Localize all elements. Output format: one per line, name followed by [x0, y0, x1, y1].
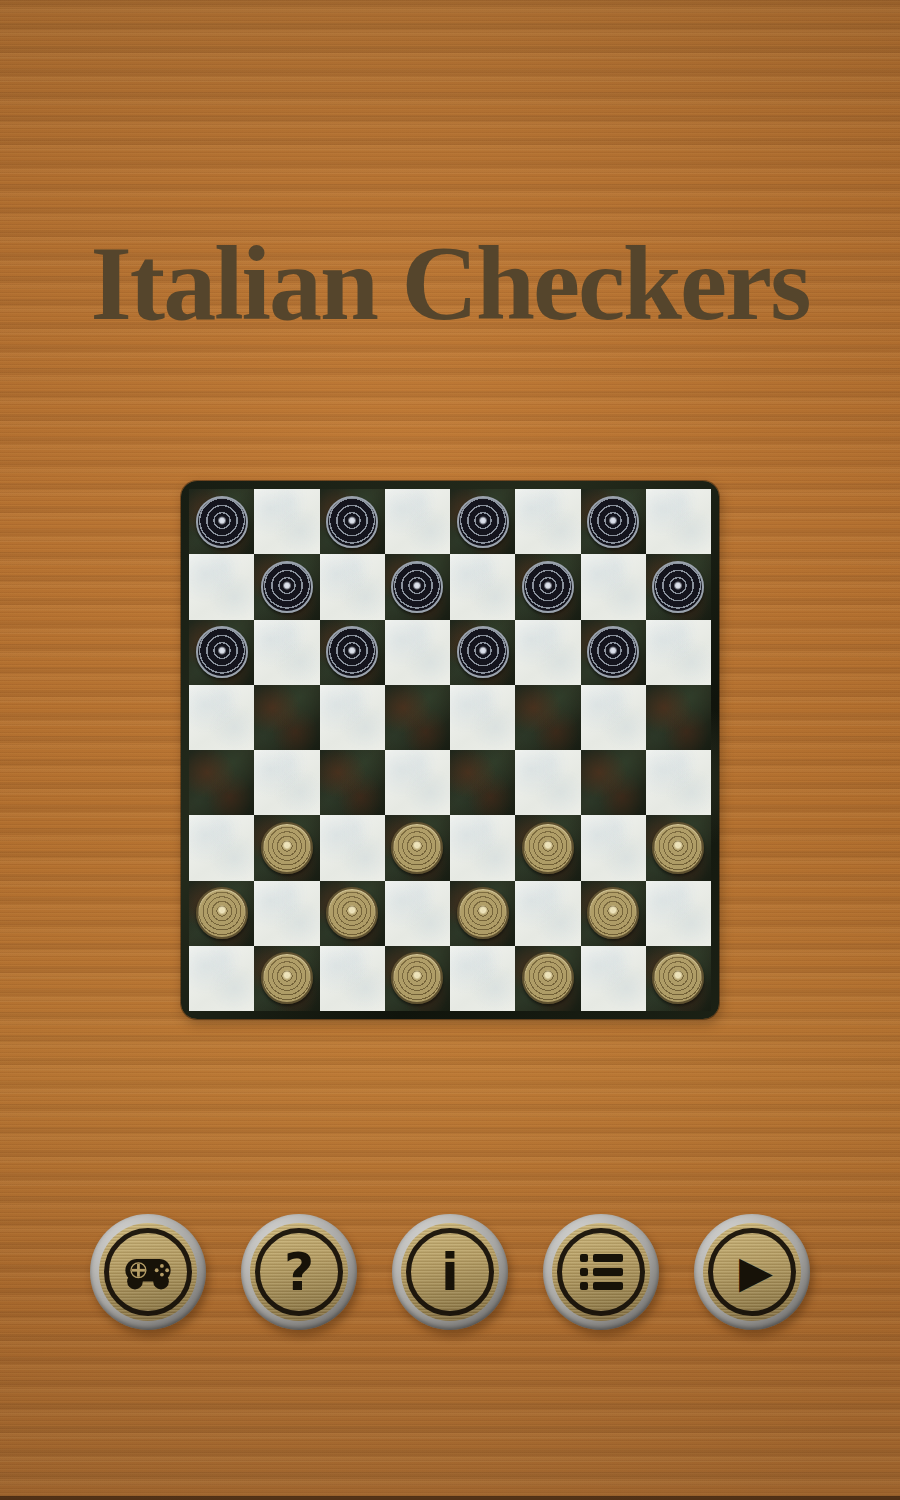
white-checker-piece[interactable]: [652, 952, 704, 1004]
toolbar: ? i ▶: [0, 1214, 900, 1330]
square-c5[interactable]: [320, 685, 385, 750]
square-f7[interactable]: [515, 554, 580, 619]
white-checker-piece[interactable]: [261, 822, 313, 874]
screen-bottom-edge: [0, 1496, 900, 1500]
square-g3[interactable]: [581, 815, 646, 880]
square-c4[interactable]: [320, 750, 385, 815]
square-b1[interactable]: [254, 946, 319, 1011]
square-d2[interactable]: [385, 881, 450, 946]
square-d6[interactable]: [385, 620, 450, 685]
square-d7[interactable]: [385, 554, 450, 619]
black-checker-piece[interactable]: [326, 496, 378, 548]
square-f8[interactable]: [515, 489, 580, 554]
square-e2[interactable]: [450, 881, 515, 946]
white-checker-piece[interactable]: [261, 952, 313, 1004]
black-checker-piece[interactable]: [457, 626, 509, 678]
play-button-face: ▶: [703, 1223, 801, 1321]
black-checker-piece[interactable]: [326, 626, 378, 678]
square-g4[interactable]: [581, 750, 646, 815]
gamepad-icon: [120, 1252, 176, 1292]
black-checker-piece[interactable]: [196, 496, 248, 548]
square-c1[interactable]: [320, 946, 385, 1011]
square-g1[interactable]: [581, 946, 646, 1011]
square-f4[interactable]: [515, 750, 580, 815]
square-g2[interactable]: [581, 881, 646, 946]
board-grid: [189, 489, 711, 1011]
white-checker-piece[interactable]: [326, 887, 378, 939]
square-b2[interactable]: [254, 881, 319, 946]
square-b5[interactable]: [254, 685, 319, 750]
info-icon: i: [441, 1246, 459, 1298]
square-c7[interactable]: [320, 554, 385, 619]
app-screen: { "game": "Italian Checkers", "app": { "…: [0, 0, 900, 1500]
white-checker-piece[interactable]: [391, 822, 443, 874]
square-c2[interactable]: [320, 881, 385, 946]
square-h4[interactable]: [646, 750, 711, 815]
square-c8[interactable]: [320, 489, 385, 554]
white-checker-piece[interactable]: [522, 952, 574, 1004]
square-d4[interactable]: [385, 750, 450, 815]
white-checker-piece[interactable]: [522, 822, 574, 874]
white-checker-piece[interactable]: [196, 887, 248, 939]
square-h8[interactable]: [646, 489, 711, 554]
square-d1[interactable]: [385, 946, 450, 1011]
square-c6[interactable]: [320, 620, 385, 685]
square-a6[interactable]: [189, 620, 254, 685]
square-h2[interactable]: [646, 881, 711, 946]
black-checker-piece[interactable]: [652, 561, 704, 613]
new-game-button-face: [99, 1223, 197, 1321]
square-a5[interactable]: [189, 685, 254, 750]
moves-list-button-face: [552, 1223, 650, 1321]
square-c3[interactable]: [320, 815, 385, 880]
square-a7[interactable]: [189, 554, 254, 619]
square-h1[interactable]: [646, 946, 711, 1011]
square-e5[interactable]: [450, 685, 515, 750]
square-e1[interactable]: [450, 946, 515, 1011]
black-checker-piece[interactable]: [196, 626, 248, 678]
white-checker-piece[interactable]: [587, 887, 639, 939]
square-e6[interactable]: [450, 620, 515, 685]
square-a3[interactable]: [189, 815, 254, 880]
square-b4[interactable]: [254, 750, 319, 815]
square-f2[interactable]: [515, 881, 580, 946]
square-a1[interactable]: [189, 946, 254, 1011]
play-button[interactable]: ▶: [694, 1214, 810, 1330]
square-a4[interactable]: [189, 750, 254, 815]
question-mark-icon: ?: [284, 1246, 314, 1298]
square-g7[interactable]: [581, 554, 646, 619]
black-checker-piece[interactable]: [587, 496, 639, 548]
black-checker-piece[interactable]: [457, 496, 509, 548]
square-a8[interactable]: [189, 489, 254, 554]
black-checker-piece[interactable]: [391, 561, 443, 613]
black-checker-piece[interactable]: [522, 561, 574, 613]
checkers-board: [181, 481, 719, 1019]
square-d3[interactable]: [385, 815, 450, 880]
square-h7[interactable]: [646, 554, 711, 619]
square-b8[interactable]: [254, 489, 319, 554]
square-d8[interactable]: [385, 489, 450, 554]
square-g5[interactable]: [581, 685, 646, 750]
square-f1[interactable]: [515, 946, 580, 1011]
square-b7[interactable]: [254, 554, 319, 619]
help-button[interactable]: ?: [241, 1214, 357, 1330]
square-e7[interactable]: [450, 554, 515, 619]
help-button-face: ?: [250, 1223, 348, 1321]
square-a2[interactable]: [189, 881, 254, 946]
square-f5[interactable]: [515, 685, 580, 750]
white-checker-piece[interactable]: [391, 952, 443, 1004]
square-e8[interactable]: [450, 489, 515, 554]
square-b3[interactable]: [254, 815, 319, 880]
page-title: Italian Checkers: [0, 231, 900, 337]
black-checker-piece[interactable]: [261, 561, 313, 613]
white-checker-piece[interactable]: [652, 822, 704, 874]
black-checker-piece[interactable]: [587, 626, 639, 678]
square-e4[interactable]: [450, 750, 515, 815]
square-g8[interactable]: [581, 489, 646, 554]
info-button[interactable]: i: [392, 1214, 508, 1330]
square-e3[interactable]: [450, 815, 515, 880]
square-b6[interactable]: [254, 620, 319, 685]
square-d5[interactable]: [385, 685, 450, 750]
square-f3[interactable]: [515, 815, 580, 880]
moves-list-button[interactable]: [543, 1214, 659, 1330]
white-checker-piece[interactable]: [457, 887, 509, 939]
square-h5[interactable]: [646, 685, 711, 750]
play-icon: ▶: [739, 1250, 773, 1294]
square-h6[interactable]: [646, 620, 711, 685]
square-g6[interactable]: [581, 620, 646, 685]
square-h3[interactable]: [646, 815, 711, 880]
list-icon: [580, 1254, 623, 1290]
square-f6[interactable]: [515, 620, 580, 685]
new-game-button[interactable]: [90, 1214, 206, 1330]
info-button-face: i: [401, 1223, 499, 1321]
